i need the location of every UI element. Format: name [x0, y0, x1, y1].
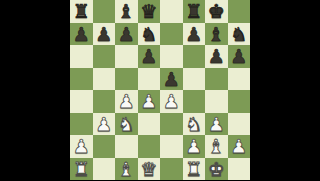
square-e4[interactable]: ♟	[160, 90, 183, 113]
square-b8[interactable]	[93, 0, 116, 23]
square-e1[interactable]	[160, 158, 183, 181]
square-b2[interactable]	[93, 135, 116, 158]
square-h7[interactable]: ♞	[228, 23, 251, 46]
square-b1[interactable]	[93, 158, 116, 181]
piece-black-pawn[interactable]: ♟	[230, 45, 247, 67]
square-c2[interactable]	[115, 135, 138, 158]
piece-white-rook[interactable]: ♜	[185, 158, 202, 180]
piece-white-pawn[interactable]: ♟	[95, 113, 112, 135]
square-g4[interactable]	[205, 90, 228, 113]
square-e7[interactable]	[160, 23, 183, 46]
square-h2[interactable]: ♟	[228, 135, 251, 158]
piece-black-knight[interactable]: ♞	[140, 23, 157, 45]
square-a5[interactable]	[70, 68, 93, 91]
piece-white-pawn[interactable]: ♟	[185, 135, 202, 157]
square-b5[interactable]	[93, 68, 116, 91]
square-d4[interactable]: ♟	[138, 90, 161, 113]
square-g7[interactable]: ♝	[205, 23, 228, 46]
square-h5[interactable]	[228, 68, 251, 91]
square-f7[interactable]: ♟	[183, 23, 206, 46]
square-a2[interactable]: ♟	[70, 135, 93, 158]
square-g3[interactable]: ♟	[205, 113, 228, 136]
piece-black-pawn[interactable]: ♟	[73, 23, 90, 45]
square-e8[interactable]	[160, 0, 183, 23]
square-e5[interactable]: ♟	[160, 68, 183, 91]
piece-black-pawn[interactable]: ♟	[208, 45, 225, 67]
square-d2[interactable]	[138, 135, 161, 158]
square-f3[interactable]: ♞	[183, 113, 206, 136]
square-d7[interactable]: ♞	[138, 23, 161, 46]
square-g2[interactable]: ♝	[205, 135, 228, 158]
square-a3[interactable]	[70, 113, 93, 136]
piece-black-bishop[interactable]: ♝	[118, 0, 135, 22]
square-d6[interactable]: ♟	[138, 45, 161, 68]
square-f5[interactable]	[183, 68, 206, 91]
square-e2[interactable]	[160, 135, 183, 158]
square-g6[interactable]: ♟	[205, 45, 228, 68]
chess-board: ♜♝♛♜♚♟♟♟♞♟♝♞♟♟♟♟♟♟♟♟♞♞♟♟♟♝♟♜♝♛♜♚	[70, 0, 250, 180]
piece-white-knight[interactable]: ♞	[185, 113, 202, 135]
piece-white-pawn[interactable]: ♟	[73, 135, 90, 157]
piece-white-knight[interactable]: ♞	[118, 113, 135, 135]
square-f8[interactable]: ♜	[183, 0, 206, 23]
square-h3[interactable]	[228, 113, 251, 136]
piece-black-pawn[interactable]: ♟	[140, 45, 157, 67]
square-c6[interactable]	[115, 45, 138, 68]
piece-black-rook[interactable]: ♜	[185, 0, 202, 22]
square-c3[interactable]: ♞	[115, 113, 138, 136]
square-d3[interactable]	[138, 113, 161, 136]
square-d5[interactable]	[138, 68, 161, 91]
square-g5[interactable]	[205, 68, 228, 91]
piece-white-rook[interactable]: ♜	[73, 158, 90, 180]
square-d8[interactable]: ♛	[138, 0, 161, 23]
piece-white-queen[interactable]: ♛	[140, 158, 157, 180]
square-h6[interactable]: ♟	[228, 45, 251, 68]
piece-black-queen[interactable]: ♛	[140, 0, 157, 22]
square-e3[interactable]	[160, 113, 183, 136]
piece-white-pawn[interactable]: ♟	[163, 90, 180, 112]
piece-black-rook[interactable]: ♜	[73, 0, 90, 22]
square-d1[interactable]: ♛	[138, 158, 161, 181]
square-c5[interactable]	[115, 68, 138, 91]
piece-black-knight[interactable]: ♞	[230, 23, 247, 45]
square-b6[interactable]	[93, 45, 116, 68]
square-f4[interactable]	[183, 90, 206, 113]
piece-white-pawn[interactable]: ♟	[208, 113, 225, 135]
piece-black-pawn[interactable]: ♟	[163, 68, 180, 90]
square-h8[interactable]	[228, 0, 251, 23]
square-a6[interactable]	[70, 45, 93, 68]
square-a4[interactable]	[70, 90, 93, 113]
piece-black-pawn[interactable]: ♟	[118, 23, 135, 45]
piece-black-pawn[interactable]: ♟	[185, 23, 202, 45]
chess-app-canvas: ♜♝♛♜♚♟♟♟♞♟♝♞♟♟♟♟♟♟♟♟♞♞♟♟♟♝♟♜♝♛♜♚	[0, 0, 320, 180]
square-g8[interactable]: ♚	[205, 0, 228, 23]
square-c1[interactable]: ♝	[115, 158, 138, 181]
square-a8[interactable]: ♜	[70, 0, 93, 23]
piece-white-king[interactable]: ♚	[208, 158, 225, 180]
square-e6[interactable]	[160, 45, 183, 68]
square-b4[interactable]	[93, 90, 116, 113]
square-c7[interactable]: ♟	[115, 23, 138, 46]
square-c4[interactable]: ♟	[115, 90, 138, 113]
piece-black-pawn[interactable]: ♟	[95, 23, 112, 45]
square-f6[interactable]	[183, 45, 206, 68]
square-b3[interactable]: ♟	[93, 113, 116, 136]
square-g1[interactable]: ♚	[205, 158, 228, 181]
square-h4[interactable]	[228, 90, 251, 113]
square-a7[interactable]: ♟	[70, 23, 93, 46]
piece-white-pawn[interactable]: ♟	[118, 90, 135, 112]
piece-white-pawn[interactable]: ♟	[230, 135, 247, 157]
piece-white-bishop[interactable]: ♝	[208, 135, 225, 157]
square-f2[interactable]: ♟	[183, 135, 206, 158]
square-c8[interactable]: ♝	[115, 0, 138, 23]
piece-black-king[interactable]: ♚	[208, 0, 225, 22]
square-b7[interactable]: ♟	[93, 23, 116, 46]
square-f1[interactable]: ♜	[183, 158, 206, 181]
square-a1[interactable]: ♜	[70, 158, 93, 181]
piece-white-pawn[interactable]: ♟	[140, 90, 157, 112]
square-h1[interactable]	[228, 158, 251, 181]
piece-white-bishop[interactable]: ♝	[118, 158, 135, 180]
piece-black-bishop[interactable]: ♝	[208, 23, 225, 45]
